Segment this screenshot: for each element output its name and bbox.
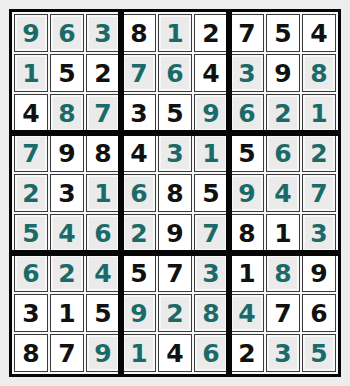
sudoku-cell-r3c7[interactable]: 6	[230, 94, 264, 132]
sudoku-cell-r8c9[interactable]: 6	[302, 294, 336, 332]
sudoku-cell-r1c1[interactable]: 9	[14, 14, 48, 52]
sudoku-cell-r7c7[interactable]: 1	[230, 254, 264, 292]
sudoku-cell-r7c8[interactable]: 8	[266, 254, 300, 292]
sudoku-cell-r9c2[interactable]: 7	[50, 334, 84, 372]
sudoku-cell-r9c5[interactable]: 4	[158, 334, 192, 372]
sudoku-cell-r4c1[interactable]: 7	[14, 134, 48, 172]
sudoku-cell-r7c1[interactable]: 6	[14, 254, 48, 292]
sudoku-cell-r4c2[interactable]: 9	[50, 134, 84, 172]
sudoku-cell-r6c2[interactable]: 4	[50, 214, 84, 252]
sudoku-cell-r3c3[interactable]: 7	[86, 94, 120, 132]
sudoku-cell-r5c1[interactable]: 2	[14, 174, 48, 212]
sudoku-cell-r1c2[interactable]: 6	[50, 14, 84, 52]
sudoku-cell-r2c6[interactable]: 4	[194, 54, 228, 92]
sudoku-cell-r5c8[interactable]: 4	[266, 174, 300, 212]
sudoku-cell-r5c2[interactable]: 3	[50, 174, 84, 212]
sudoku-cell-r9c6[interactable]: 6	[194, 334, 228, 372]
sudoku-cell-r2c5[interactable]: 6	[158, 54, 192, 92]
sudoku-cell-r6c3[interactable]: 6	[86, 214, 120, 252]
sudoku-cell-r3c1[interactable]: 4	[14, 94, 48, 132]
sudoku-cell-r2c7[interactable]: 3	[230, 54, 264, 92]
sudoku-cell-r8c4[interactable]: 9	[122, 294, 156, 332]
sudoku-cell-r2c9[interactable]: 8	[302, 54, 336, 92]
sudoku-cell-r1c7[interactable]: 7	[230, 14, 264, 52]
sudoku-cell-r7c3[interactable]: 4	[86, 254, 120, 292]
sudoku-cell-r1c3[interactable]: 3	[86, 14, 120, 52]
sudoku-cell-r4c6[interactable]: 1	[194, 134, 228, 172]
sudoku-cell-r3c9[interactable]: 1	[302, 94, 336, 132]
sudoku-cell-r8c6[interactable]: 8	[194, 294, 228, 332]
sudoku-cell-r9c4[interactable]: 1	[122, 334, 156, 372]
sudoku-board: 9638127541527643984873596217984315622316…	[9, 9, 341, 377]
sudoku-cell-r5c3[interactable]: 1	[86, 174, 120, 212]
sudoku-cell-r6c6[interactable]: 7	[194, 214, 228, 252]
sudoku-cell-r8c3[interactable]: 5	[86, 294, 120, 332]
box-separator-vertical-2	[226, 12, 232, 374]
sudoku-cell-r2c2[interactable]: 5	[50, 54, 84, 92]
sudoku-cell-r8c5[interactable]: 2	[158, 294, 192, 332]
sudoku-cell-r6c4[interactable]: 2	[122, 214, 156, 252]
sudoku-cell-r1c8[interactable]: 5	[266, 14, 300, 52]
sudoku-cell-r6c7[interactable]: 8	[230, 214, 264, 252]
sudoku-cell-r3c2[interactable]: 8	[50, 94, 84, 132]
sudoku-cell-r2c3[interactable]: 2	[86, 54, 120, 92]
sudoku-cell-r5c9[interactable]: 7	[302, 174, 336, 212]
sudoku-cell-r7c6[interactable]: 3	[194, 254, 228, 292]
sudoku-cell-r8c1[interactable]: 3	[14, 294, 48, 332]
sudoku-cell-r2c4[interactable]: 7	[122, 54, 156, 92]
sudoku-cell-r4c5[interactable]: 3	[158, 134, 192, 172]
sudoku-cell-r4c4[interactable]: 4	[122, 134, 156, 172]
sudoku-cell-r7c4[interactable]: 5	[122, 254, 156, 292]
sudoku-cell-r2c8[interactable]: 9	[266, 54, 300, 92]
sudoku-cell-r6c1[interactable]: 5	[14, 214, 48, 252]
sudoku-cell-r4c9[interactable]: 2	[302, 134, 336, 172]
sudoku-cell-r9c1[interactable]: 8	[14, 334, 48, 372]
sudoku-cell-r8c2[interactable]: 1	[50, 294, 84, 332]
sudoku-cell-r1c4[interactable]: 8	[122, 14, 156, 52]
sudoku-cell-r2c1[interactable]: 1	[14, 54, 48, 92]
sudoku-cell-r7c2[interactable]: 2	[50, 254, 84, 292]
sudoku-cell-r9c7[interactable]: 2	[230, 334, 264, 372]
sudoku-cell-r6c5[interactable]: 9	[158, 214, 192, 252]
sudoku-cell-r3c5[interactable]: 5	[158, 94, 192, 132]
sudoku-cell-r5c7[interactable]: 9	[230, 174, 264, 212]
sudoku-cell-r6c8[interactable]: 1	[266, 214, 300, 252]
sudoku-cell-r9c3[interactable]: 9	[86, 334, 120, 372]
sudoku-cell-r4c3[interactable]: 8	[86, 134, 120, 172]
sudoku-cell-r4c8[interactable]: 6	[266, 134, 300, 172]
sudoku-cell-r1c9[interactable]: 4	[302, 14, 336, 52]
sudoku-cell-r7c9[interactable]: 9	[302, 254, 336, 292]
box-separator-horizontal-2	[12, 250, 338, 256]
box-separator-vertical-1	[118, 12, 124, 374]
sudoku-cell-r6c9[interactable]: 3	[302, 214, 336, 252]
sudoku-cell-r5c6[interactable]: 5	[194, 174, 228, 212]
sudoku-cell-r9c8[interactable]: 3	[266, 334, 300, 372]
sudoku-cell-r7c5[interactable]: 7	[158, 254, 192, 292]
sudoku-cell-r4c7[interactable]: 5	[230, 134, 264, 172]
sudoku-cell-r1c5[interactable]: 1	[158, 14, 192, 52]
sudoku-cell-r8c8[interactable]: 7	[266, 294, 300, 332]
sudoku-cell-r3c6[interactable]: 9	[194, 94, 228, 132]
sudoku-cell-r9c9[interactable]: 5	[302, 334, 336, 372]
sudoku-cell-r3c8[interactable]: 2	[266, 94, 300, 132]
sudoku-cell-r5c5[interactable]: 8	[158, 174, 192, 212]
sudoku-cell-r1c6[interactable]: 2	[194, 14, 228, 52]
sudoku-cell-r8c7[interactable]: 4	[230, 294, 264, 332]
box-separator-horizontal-1	[12, 130, 338, 136]
sudoku-cell-r3c4[interactable]: 3	[122, 94, 156, 132]
sudoku-cell-r5c4[interactable]: 6	[122, 174, 156, 212]
